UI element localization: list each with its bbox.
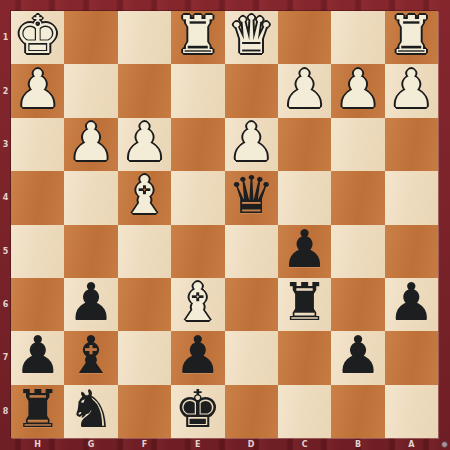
square-c2[interactable]: ♟ — [278, 64, 331, 117]
white-king[interactable]: ♚ — [14, 9, 61, 62]
square-f3[interactable]: ♟ — [118, 118, 171, 171]
rank-label-8: 8 — [0, 385, 11, 438]
square-a7[interactable] — [385, 331, 438, 384]
white-pawn[interactable]: ♟ — [388, 63, 435, 116]
square-f8[interactable] — [118, 385, 171, 438]
square-e4[interactable] — [171, 171, 224, 224]
white-rook[interactable]: ♜ — [175, 9, 222, 62]
white-pawn[interactable]: ♟ — [335, 63, 382, 116]
rank-label-6: 6 — [0, 278, 11, 331]
square-f6[interactable] — [118, 278, 171, 331]
black-queen[interactable]: ♛ — [228, 169, 275, 222]
square-g3[interactable]: ♟ — [64, 118, 117, 171]
square-h1[interactable]: ♚ — [11, 11, 64, 64]
square-f7[interactable] — [118, 331, 171, 384]
square-b2[interactable]: ♟ — [331, 64, 384, 117]
white-pawn[interactable]: ♟ — [281, 63, 328, 116]
square-c5[interactable]: ♟ — [278, 225, 331, 278]
square-d6[interactable] — [225, 278, 278, 331]
black-rook[interactable]: ♜ — [14, 383, 61, 436]
black-pawn[interactable]: ♟ — [14, 329, 61, 382]
square-d5[interactable] — [225, 225, 278, 278]
square-c6[interactable]: ♜ — [278, 278, 331, 331]
square-b1[interactable] — [331, 11, 384, 64]
square-c4[interactable] — [278, 171, 331, 224]
square-h8[interactable]: ♜ — [11, 385, 64, 438]
square-a8[interactable] — [385, 385, 438, 438]
square-b4[interactable] — [331, 171, 384, 224]
black-knight[interactable]: ♞ — [68, 383, 115, 436]
square-h4[interactable] — [11, 171, 64, 224]
chessboard: ♚♜♛♜♟♟♟♟♟♟♟♝♛♟♟♝♜♟♟♝♟♟♜♞♚ — [11, 11, 438, 438]
square-c3[interactable] — [278, 118, 331, 171]
white-bishop[interactable]: ♝ — [121, 169, 168, 222]
square-f1[interactable] — [118, 11, 171, 64]
square-d1[interactable]: ♛ — [225, 11, 278, 64]
black-pawn[interactable]: ♟ — [335, 329, 382, 382]
black-pawn[interactable]: ♟ — [68, 276, 115, 329]
black-king[interactable]: ♚ — [175, 383, 222, 436]
square-c8[interactable] — [278, 385, 331, 438]
rank-label-1: 1 — [0, 11, 11, 64]
square-h5[interactable] — [11, 225, 64, 278]
square-g4[interactable] — [64, 171, 117, 224]
square-e6[interactable]: ♝ — [171, 278, 224, 331]
square-c7[interactable] — [278, 331, 331, 384]
square-g1[interactable] — [64, 11, 117, 64]
square-e1[interactable]: ♜ — [171, 11, 224, 64]
square-d7[interactable] — [225, 331, 278, 384]
square-g8[interactable]: ♞ — [64, 385, 117, 438]
square-f2[interactable] — [118, 64, 171, 117]
square-b8[interactable] — [331, 385, 384, 438]
file-label-b: B — [331, 438, 384, 450]
file-label-h: H — [11, 438, 64, 450]
rank-label-3: 3 — [0, 118, 11, 171]
white-pawn[interactable]: ♟ — [121, 116, 168, 169]
square-a1[interactable]: ♜ — [385, 11, 438, 64]
black-pawn[interactable]: ♟ — [388, 276, 435, 329]
square-g2[interactable] — [64, 64, 117, 117]
rank-label-7: 7 — [0, 331, 11, 384]
black-rook[interactable]: ♜ — [281, 276, 328, 329]
square-h3[interactable] — [11, 118, 64, 171]
white-pawn[interactable]: ♟ — [68, 116, 115, 169]
square-h6[interactable] — [11, 278, 64, 331]
square-b7[interactable]: ♟ — [331, 331, 384, 384]
square-e7[interactable]: ♟ — [171, 331, 224, 384]
square-a5[interactable] — [385, 225, 438, 278]
square-b5[interactable] — [331, 225, 384, 278]
square-e2[interactable] — [171, 64, 224, 117]
square-e3[interactable] — [171, 118, 224, 171]
black-pawn[interactable]: ♟ — [175, 329, 222, 382]
square-f5[interactable] — [118, 225, 171, 278]
square-d4[interactable]: ♛ — [225, 171, 278, 224]
white-rook[interactable]: ♜ — [388, 9, 435, 62]
square-d2[interactable] — [225, 64, 278, 117]
rank-label-2: 2 — [0, 64, 11, 117]
white-bishop[interactable]: ♝ — [175, 276, 222, 329]
square-g6[interactable]: ♟ — [64, 278, 117, 331]
black-bishop[interactable]: ♝ — [68, 329, 115, 382]
square-b6[interactable] — [331, 278, 384, 331]
square-d3[interactable]: ♟ — [225, 118, 278, 171]
square-d8[interactable] — [225, 385, 278, 438]
white-queen[interactable]: ♛ — [228, 9, 275, 62]
square-h2[interactable]: ♟ — [11, 64, 64, 117]
rank-label-5: 5 — [0, 225, 11, 278]
rank-label-4: 4 — [0, 171, 11, 224]
square-a2[interactable]: ♟ — [385, 64, 438, 117]
file-label-g: G — [64, 438, 117, 450]
file-label-d: D — [225, 438, 278, 450]
rank-labels: 12345678 — [0, 11, 11, 438]
file-label-f: F — [118, 438, 171, 450]
square-a4[interactable] — [385, 171, 438, 224]
square-c1[interactable] — [278, 11, 331, 64]
white-pawn[interactable]: ♟ — [14, 63, 61, 116]
square-b3[interactable] — [331, 118, 384, 171]
file-label-e: E — [171, 438, 224, 450]
white-pawn[interactable]: ♟ — [228, 116, 275, 169]
chess-board-widget: ♚♜♛♜♟♟♟♟♟♟♟♝♛♟♟♝♜♟♟♝♟♟♜♞♚ 12345678 HGFED… — [0, 0, 450, 450]
square-a6[interactable]: ♟ — [385, 278, 438, 331]
square-a3[interactable] — [385, 118, 438, 171]
square-g7[interactable]: ♝ — [64, 331, 117, 384]
square-e5[interactable] — [171, 225, 224, 278]
square-h7[interactable]: ♟ — [11, 331, 64, 384]
black-pawn[interactable]: ♟ — [281, 223, 328, 276]
square-g5[interactable] — [64, 225, 117, 278]
square-e8[interactable]: ♚ — [171, 385, 224, 438]
file-labels: HGFEDCBA — [11, 438, 438, 450]
file-label-a: A — [385, 438, 438, 450]
corner-dot — [441, 441, 448, 448]
file-label-c: C — [278, 438, 331, 450]
square-f4[interactable]: ♝ — [118, 171, 171, 224]
